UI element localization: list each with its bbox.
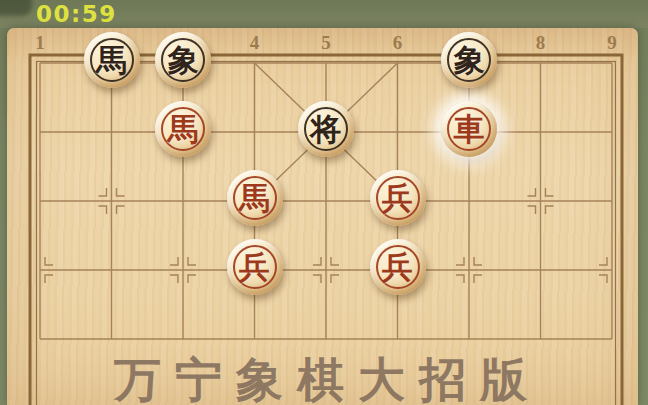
piece-red-chariot[interactable]: 車 xyxy=(441,101,497,157)
piece-glyph: 象 xyxy=(155,32,211,88)
piece-red-horse[interactable]: 馬 xyxy=(227,170,283,226)
piece-black-general[interactable]: 将 xyxy=(298,101,354,157)
piece-glyph: 兵 xyxy=(227,239,283,295)
piece-red-soldier[interactable]: 兵 xyxy=(370,170,426,226)
piece-glyph: 象 xyxy=(441,32,497,88)
piece-red-soldier[interactable]: 兵 xyxy=(227,239,283,295)
piece-glyph: 兵 xyxy=(370,170,426,226)
column-label: 4 xyxy=(242,32,268,54)
board-banner-title: 万宁象棋大招版 xyxy=(7,349,638,405)
piece-red-soldier[interactable]: 兵 xyxy=(370,239,426,295)
column-label: 6 xyxy=(385,32,411,54)
piece-red-horse[interactable]: 馬 xyxy=(155,101,211,157)
piece-black-elephant[interactable]: 象 xyxy=(155,32,211,88)
column-label: 9 xyxy=(599,32,625,54)
piece-glyph: 馬 xyxy=(227,170,283,226)
top-bar: 00:59 xyxy=(0,0,648,28)
column-label: 5 xyxy=(313,32,339,54)
xiangqi-board[interactable]: 123456789 万宁象棋大招版 馬象象馬将車馬兵兵兵 xyxy=(7,28,638,405)
game-timer: 00:59 xyxy=(36,1,117,27)
corner-shade xyxy=(0,0,32,16)
piece-black-elephant[interactable]: 象 xyxy=(441,32,497,88)
piece-glyph: 馬 xyxy=(84,32,140,88)
piece-black-horse[interactable]: 馬 xyxy=(84,32,140,88)
column-label: 1 xyxy=(27,32,53,54)
piece-glyph: 兵 xyxy=(370,239,426,295)
piece-glyph: 車 xyxy=(441,101,497,157)
piece-glyph: 馬 xyxy=(155,101,211,157)
column-label: 8 xyxy=(528,32,554,54)
piece-glyph: 将 xyxy=(298,101,354,157)
